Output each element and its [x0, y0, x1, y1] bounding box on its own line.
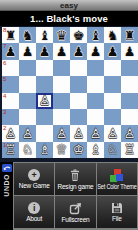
square-f1[interactable]: ♗ [87, 142, 104, 158]
square-d5[interactable] [53, 76, 70, 92]
square-c1[interactable]: ♗ [36, 142, 53, 158]
square-f2[interactable]: ♙ [87, 125, 104, 141]
piece-f8: ♝ [87, 27, 104, 43]
piece-g8: ♞ [104, 27, 121, 43]
file-button[interactable]: File [97, 196, 137, 228]
fullscreen-icon [69, 202, 82, 215]
square-g1[interactable]: ♘ [104, 142, 121, 158]
rank-label-5: 5 [3, 76, 6, 83]
square-d2[interactable]: ♙ [53, 125, 70, 141]
status-bar: easy [0, 0, 138, 11]
square-e4[interactable] [70, 93, 87, 109]
square-a4[interactable]: 4 [2, 93, 19, 109]
square-f5[interactable] [87, 76, 104, 92]
rank-label-3: 3 [3, 109, 6, 116]
about-label: About [26, 215, 42, 222]
new-game-label: New Game [19, 182, 50, 189]
piece-h8: ♜ [121, 27, 138, 43]
square-e3[interactable] [70, 109, 87, 125]
square-a5[interactable]: 5 [2, 76, 19, 92]
square-a3[interactable]: 3 [2, 109, 19, 125]
file-label: File [112, 215, 122, 222]
piece-b7: ♟ [19, 43, 36, 59]
piece-c4: ♙ [36, 93, 53, 109]
square-c2[interactable] [36, 125, 53, 141]
fullscreen-button[interactable]: Fullscreen [55, 196, 95, 228]
new-game-button[interactable]: + New Game [14, 163, 54, 195]
board-area: 8♜♞♝♛♚♝♞♜7♟♟♟♟♟♟♟♟654♙32♙♙♙♙♙♙♙1♖♘♗♕♔♗♘♖ [0, 26, 138, 162]
menu-grid: + New Game Resign game Set Color Theme i… [13, 162, 138, 230]
square-g3[interactable] [104, 109, 121, 125]
square-f7[interactable]: ♟ [87, 43, 104, 59]
square-e5[interactable] [70, 76, 87, 92]
square-d6[interactable] [53, 60, 70, 76]
square-h5[interactable] [121, 76, 138, 92]
square-f4[interactable] [87, 93, 104, 109]
square-f8[interactable]: ♝ [87, 27, 104, 43]
title-bar: 1... Black's move [0, 11, 138, 26]
square-b7[interactable]: ♟ [19, 43, 36, 59]
move-status-text: 1... Black's move [30, 13, 108, 24]
piece-d7: ♟ [53, 43, 70, 59]
square-b2[interactable]: ♙ [19, 125, 36, 141]
rank-label-1: 1 [3, 142, 6, 149]
floppy-disk-icon [111, 202, 123, 214]
piece-b8: ♞ [19, 27, 36, 43]
square-f6[interactable] [87, 60, 104, 76]
square-h2[interactable]: ♙ [121, 125, 138, 141]
square-h6[interactable] [121, 60, 138, 76]
difficulty-label: easy [60, 1, 78, 10]
piece-e1: ♔ [70, 142, 87, 158]
piece-b2: ♙ [19, 125, 36, 141]
piece-d2: ♙ [53, 125, 70, 141]
resign-game-label: Resign game [57, 183, 93, 190]
piece-e8: ♚ [70, 27, 87, 43]
square-b4[interactable] [19, 93, 36, 109]
square-g8[interactable]: ♞ [104, 27, 121, 43]
piece-g2: ♙ [104, 125, 121, 141]
square-b5[interactable] [19, 76, 36, 92]
fullscreen-label: Fullscreen [62, 216, 90, 223]
square-f3[interactable] [87, 109, 104, 125]
square-b3[interactable] [19, 109, 36, 125]
square-g4[interactable] [104, 93, 121, 109]
resign-game-button[interactable]: Resign game [55, 163, 95, 195]
square-c3[interactable] [36, 109, 53, 125]
square-a8[interactable]: 8♜ [2, 27, 19, 43]
square-d4[interactable] [53, 93, 70, 109]
square-g6[interactable] [104, 60, 121, 76]
set-color-theme-button[interactable]: Set Color Theme [97, 163, 137, 195]
square-c6[interactable] [36, 60, 53, 76]
rank-label-7: 7 [3, 43, 6, 50]
square-g5[interactable] [104, 76, 121, 92]
square-a7[interactable]: 7♟ [2, 43, 19, 59]
chess-board[interactable]: 8♜♞♝♛♚♝♞♜7♟♟♟♟♟♟♟♟654♙32♙♙♙♙♙♙♙1♖♘♗♕♔♗♘♖ [2, 27, 138, 158]
piece-h7: ♟ [121, 43, 138, 59]
about-button[interactable]: i About [14, 196, 54, 228]
set-color-theme-label: Set Color Theme [97, 183, 137, 190]
piece-e7: ♟ [70, 43, 87, 59]
piece-g7: ♟ [104, 43, 121, 59]
piece-d1: ♕ [53, 142, 70, 158]
piece-h2: ♙ [121, 125, 138, 141]
square-a6[interactable]: 6 [2, 60, 19, 76]
square-e7[interactable]: ♟ [70, 43, 87, 59]
square-b8[interactable]: ♞ [19, 27, 36, 43]
square-h7[interactable]: ♟ [121, 43, 138, 59]
square-c8[interactable]: ♝ [36, 27, 53, 43]
plus-circle-icon: + [28, 169, 40, 181]
square-c7[interactable]: ♟ [36, 43, 53, 59]
square-e6[interactable] [70, 60, 87, 76]
undo-icon [2, 164, 12, 172]
square-h8[interactable]: ♜ [121, 27, 138, 43]
undo-label: UNDO [3, 174, 10, 197]
square-h3[interactable] [121, 109, 138, 125]
color-squares-icon [110, 169, 123, 182]
rank-label-8: 8 [3, 27, 6, 34]
square-b6[interactable] [19, 60, 36, 76]
piece-c8: ♝ [36, 27, 53, 43]
square-g2[interactable]: ♙ [104, 125, 121, 141]
square-e8[interactable]: ♚ [70, 27, 87, 43]
trash-icon [69, 169, 81, 182]
rank-label-4: 4 [3, 93, 6, 100]
square-h4[interactable] [121, 93, 138, 109]
piece-b1: ♘ [19, 142, 36, 158]
square-d7[interactable]: ♟ [53, 43, 70, 59]
square-c5[interactable] [36, 76, 53, 92]
undo-button[interactable]: UNDO [0, 162, 13, 230]
piece-h1: ♖ [121, 142, 138, 158]
square-b1[interactable]: ♘ [19, 142, 36, 158]
square-h1[interactable]: ♖ [121, 142, 138, 158]
info-circle-icon: i [28, 202, 40, 214]
square-g7[interactable]: ♟ [104, 43, 121, 59]
square-d1[interactable]: ♕ [53, 142, 70, 158]
square-d3[interactable] [53, 109, 70, 125]
piece-f1: ♗ [87, 142, 104, 158]
rank-label-2: 2 [3, 125, 6, 132]
piece-d8: ♛ [53, 27, 70, 43]
square-a1[interactable]: 1♖ [2, 142, 19, 158]
piece-g1: ♘ [104, 142, 121, 158]
piece-f7: ♟ [87, 43, 104, 59]
rank-label-6: 6 [3, 60, 6, 67]
square-d8[interactable]: ♛ [53, 27, 70, 43]
piece-c1: ♗ [36, 142, 53, 158]
piece-f2: ♙ [87, 125, 104, 141]
menu-area: UNDO + New Game Resign game Set Color Th… [0, 162, 138, 230]
square-a2[interactable]: 2♙ [2, 125, 19, 141]
square-e1[interactable]: ♔ [70, 142, 87, 158]
piece-c7: ♟ [36, 43, 53, 59]
square-c4[interactable]: ♙ [36, 93, 53, 109]
square-e2[interactable]: ♙ [70, 125, 87, 141]
piece-e2: ♙ [70, 125, 87, 141]
